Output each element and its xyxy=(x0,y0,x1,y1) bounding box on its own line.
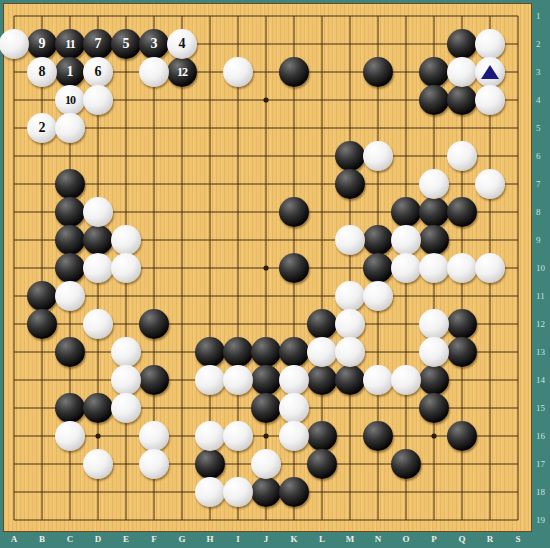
stone-white-I18[interactable] xyxy=(223,477,253,507)
column-label-H: H xyxy=(202,534,218,544)
stone-black-C7[interactable] xyxy=(55,169,85,199)
stone-white-D17[interactable] xyxy=(83,449,113,479)
stone-white-N14[interactable] xyxy=(363,365,393,395)
move-number: 4 xyxy=(179,37,186,51)
stone-white-P7[interactable] xyxy=(419,169,449,199)
stone-white-C5[interactable] xyxy=(55,113,85,143)
stone-white-F3[interactable] xyxy=(139,57,169,87)
stone-black-B2[interactable]: 9 xyxy=(27,29,57,59)
star-point xyxy=(431,433,436,438)
row-label-3: 3 xyxy=(536,67,550,77)
stone-white-R4[interactable] xyxy=(475,85,505,115)
column-label-R: R xyxy=(482,534,498,544)
stone-black-C9[interactable] xyxy=(55,225,85,255)
star-point xyxy=(95,433,100,438)
column-label-O: O xyxy=(398,534,414,544)
stone-black-P3[interactable] xyxy=(419,57,449,87)
stone-white-R7[interactable] xyxy=(475,169,505,199)
move-number: 9 xyxy=(39,37,46,51)
row-label-2: 2 xyxy=(536,39,550,49)
row-label-8: 8 xyxy=(536,207,550,217)
column-label-D: D xyxy=(90,534,106,544)
stone-white-Q6[interactable] xyxy=(447,141,477,171)
stone-black-L12[interactable] xyxy=(307,309,337,339)
stone-black-N16[interactable] xyxy=(363,421,393,451)
stone-black-J18[interactable] xyxy=(251,477,281,507)
column-label-P: P xyxy=(426,534,442,544)
stone-black-M14[interactable] xyxy=(335,365,365,395)
stone-white-O9[interactable] xyxy=(391,225,421,255)
stone-white-H16[interactable] xyxy=(195,421,225,451)
stone-white-J17[interactable] xyxy=(251,449,281,479)
stone-black-K13[interactable] xyxy=(279,337,309,367)
column-label-N: N xyxy=(370,534,386,544)
row-label-5: 5 xyxy=(536,123,550,133)
stone-white-E13[interactable] xyxy=(111,337,141,367)
move-number: 7 xyxy=(95,37,102,51)
stone-white-Q3[interactable] xyxy=(447,57,477,87)
stone-white-M11[interactable] xyxy=(335,281,365,311)
stone-white-R10[interactable] xyxy=(475,253,505,283)
stone-black-P15[interactable] xyxy=(419,393,449,423)
stone-white-N6[interactable] xyxy=(363,141,393,171)
row-label-15: 15 xyxy=(536,403,550,413)
stone-black-C15[interactable] xyxy=(55,393,85,423)
move-number: 12 xyxy=(177,66,187,78)
stone-white-E9[interactable] xyxy=(111,225,141,255)
stone-white-I14[interactable] xyxy=(223,365,253,395)
stone-black-J14[interactable] xyxy=(251,365,281,395)
stone-black-K8[interactable] xyxy=(279,197,309,227)
stone-white-H14[interactable] xyxy=(195,365,225,395)
move-number: 6 xyxy=(95,65,102,79)
stone-white-O10[interactable] xyxy=(391,253,421,283)
column-label-G: G xyxy=(174,534,190,544)
stone-black-I13[interactable] xyxy=(223,337,253,367)
stone-white-A2[interactable] xyxy=(0,29,29,59)
stone-white-D3[interactable]: 6 xyxy=(83,57,113,87)
stone-white-I3[interactable] xyxy=(223,57,253,87)
stone-white-C11[interactable] xyxy=(55,281,85,311)
stone-black-C2[interactable]: 11 xyxy=(55,29,85,59)
row-label-19: 19 xyxy=(536,515,550,525)
row-label-10: 10 xyxy=(536,263,550,273)
star-point xyxy=(263,97,268,102)
stone-white-K15[interactable] xyxy=(279,393,309,423)
stone-white-F16[interactable] xyxy=(139,421,169,451)
stone-black-Q12[interactable] xyxy=(447,309,477,339)
stone-black-L16[interactable] xyxy=(307,421,337,451)
stone-white-O14[interactable] xyxy=(391,365,421,395)
star-point xyxy=(263,433,268,438)
go-game-screenshot: 911753112486102 ABCDEFGHIJKLMNOPQRS 1234… xyxy=(0,0,550,548)
stone-white-G2[interactable]: 4 xyxy=(167,29,197,59)
stone-black-Q16[interactable] xyxy=(447,421,477,451)
stone-black-N9[interactable] xyxy=(363,225,393,255)
stone-white-K14[interactable] xyxy=(279,365,309,395)
stone-black-K10[interactable] xyxy=(279,253,309,283)
row-label-9: 9 xyxy=(536,235,550,245)
stone-white-L13[interactable] xyxy=(307,337,337,367)
column-label-L: L xyxy=(314,534,330,544)
stone-black-H13[interactable] xyxy=(195,337,225,367)
row-label-1: 1 xyxy=(536,11,550,21)
column-label-M: M xyxy=(342,534,358,544)
stone-black-F2[interactable]: 3 xyxy=(139,29,169,59)
stone-white-R2[interactable] xyxy=(475,29,505,59)
stone-black-M6[interactable] xyxy=(335,141,365,171)
row-label-16: 16 xyxy=(536,431,550,441)
stone-black-B11[interactable] xyxy=(27,281,57,311)
column-label-I: I xyxy=(230,534,246,544)
row-label-17: 17 xyxy=(536,459,550,469)
triangle-marker xyxy=(481,65,499,79)
stone-white-P12[interactable] xyxy=(419,309,449,339)
stone-black-C13[interactable] xyxy=(55,337,85,367)
column-label-B: B xyxy=(34,534,50,544)
column-label-J: J xyxy=(258,534,274,544)
move-number: 11 xyxy=(65,38,74,50)
stone-white-R3[interactable] xyxy=(475,57,505,87)
row-label-4: 4 xyxy=(536,95,550,105)
stone-black-L14[interactable] xyxy=(307,365,337,395)
stone-white-C4[interactable]: 10 xyxy=(55,85,85,115)
stone-white-M12[interactable] xyxy=(335,309,365,339)
row-label-7: 7 xyxy=(536,179,550,189)
column-label-A: A xyxy=(6,534,22,544)
stone-black-C8[interactable] xyxy=(55,197,85,227)
go-board: 911753112486102 xyxy=(4,4,531,531)
move-number: 5 xyxy=(123,37,130,51)
stone-white-C16[interactable] xyxy=(55,421,85,451)
stone-black-P4[interactable] xyxy=(419,85,449,115)
column-label-F: F xyxy=(146,534,162,544)
stone-black-C10[interactable] xyxy=(55,253,85,283)
stone-white-H18[interactable] xyxy=(195,477,225,507)
move-number: 10 xyxy=(65,94,75,106)
stone-white-F17[interactable] xyxy=(139,449,169,479)
stone-black-Q2[interactable] xyxy=(447,29,477,59)
star-point xyxy=(263,265,268,270)
stone-white-M13[interactable] xyxy=(335,337,365,367)
stone-black-N10[interactable] xyxy=(363,253,393,283)
stone-white-I16[interactable] xyxy=(223,421,253,451)
column-label-E: E xyxy=(118,534,134,544)
stone-black-J13[interactable] xyxy=(251,337,281,367)
stone-white-E14[interactable] xyxy=(111,365,141,395)
column-label-C: C xyxy=(62,534,78,544)
stone-black-F12[interactable] xyxy=(139,309,169,339)
move-number: 3 xyxy=(151,37,158,51)
column-label-K: K xyxy=(286,534,302,544)
stone-black-L17[interactable] xyxy=(307,449,337,479)
stone-black-O17[interactable] xyxy=(391,449,421,479)
move-number: 1 xyxy=(67,65,74,79)
stone-black-P9[interactable] xyxy=(419,225,449,255)
move-number: 8 xyxy=(39,65,46,79)
stone-white-N11[interactable] xyxy=(363,281,393,311)
row-label-13: 13 xyxy=(536,347,550,357)
stone-black-H17[interactable] xyxy=(195,449,225,479)
stone-white-M9[interactable] xyxy=(335,225,365,255)
stone-black-E2[interactable]: 5 xyxy=(111,29,141,59)
stone-black-B12[interactable] xyxy=(27,309,57,339)
column-label-S: S xyxy=(510,534,526,544)
column-label-Q: Q xyxy=(454,534,470,544)
stone-white-Q10[interactable] xyxy=(447,253,477,283)
row-label-11: 11 xyxy=(536,291,550,301)
stone-white-E15[interactable] xyxy=(111,393,141,423)
stone-white-D10[interactable] xyxy=(83,253,113,283)
stone-white-K16[interactable] xyxy=(279,421,309,451)
row-label-12: 12 xyxy=(536,319,550,329)
stone-black-P8[interactable] xyxy=(419,197,449,227)
row-label-6: 6 xyxy=(536,151,550,161)
stone-white-E10[interactable] xyxy=(111,253,141,283)
stone-black-K3[interactable] xyxy=(279,57,309,87)
stone-black-K18[interactable] xyxy=(279,477,309,507)
stone-white-D12[interactable] xyxy=(83,309,113,339)
stone-black-Q8[interactable] xyxy=(447,197,477,227)
row-label-18: 18 xyxy=(536,487,550,497)
stone-black-F14[interactable] xyxy=(139,365,169,395)
stone-black-M7[interactable] xyxy=(335,169,365,199)
stone-white-D4[interactable] xyxy=(83,85,113,115)
stone-black-P14[interactable] xyxy=(419,365,449,395)
row-label-14: 14 xyxy=(536,375,550,385)
stone-black-Q4[interactable] xyxy=(447,85,477,115)
stone-black-D15[interactable] xyxy=(83,393,113,423)
stone-white-D8[interactable] xyxy=(83,197,113,227)
stone-white-P10[interactable] xyxy=(419,253,449,283)
stone-black-D2[interactable]: 7 xyxy=(83,29,113,59)
stone-black-J15[interactable] xyxy=(251,393,281,423)
move-number: 2 xyxy=(39,121,46,135)
stone-black-G3[interactable]: 12 xyxy=(167,57,197,87)
stone-black-O8[interactable] xyxy=(391,197,421,227)
stone-black-N3[interactable] xyxy=(363,57,393,87)
stone-white-B3[interactable]: 8 xyxy=(27,57,57,87)
stone-white-B5[interactable]: 2 xyxy=(27,113,57,143)
stone-white-P13[interactable] xyxy=(419,337,449,367)
stone-black-Q13[interactable] xyxy=(447,337,477,367)
stone-black-C3[interactable]: 1 xyxy=(55,57,85,87)
stone-black-D9[interactable] xyxy=(83,225,113,255)
